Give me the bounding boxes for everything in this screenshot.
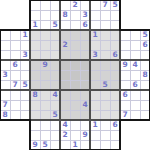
cell-r1c12 — [120, 10, 130, 20]
cell-r11c0[interactable]: 8 — [0, 110, 10, 120]
cell-r10c12[interactable] — [120, 100, 130, 110]
cell-r13c2 — [20, 130, 30, 140]
cell-r14c6[interactable] — [60, 140, 70, 150]
cell-r1c7[interactable] — [70, 10, 80, 20]
cell-r9c14[interactable] — [140, 90, 150, 100]
cell-r1c14 — [140, 10, 150, 20]
cell-r4c6[interactable]: 2 — [60, 40, 70, 50]
cell-r14c4[interactable]: 5 — [40, 140, 50, 150]
cell-r7c4[interactable] — [40, 70, 50, 80]
cell-r2c8[interactable]: 6 — [80, 20, 90, 30]
cell-r10c0[interactable]: 7 — [0, 100, 10, 110]
cell-r13c12 — [120, 130, 130, 140]
cell-r0c13 — [130, 0, 140, 10]
cell-r10c9[interactable] — [90, 100, 100, 110]
cell-r9c13[interactable] — [130, 90, 140, 100]
cell-r12c4[interactable] — [40, 120, 50, 130]
cell-r0c9[interactable] — [90, 0, 100, 10]
cell-r5c2[interactable]: 3 — [20, 50, 30, 60]
cell-r5c14[interactable] — [140, 50, 150, 60]
cell-r11c12[interactable]: 7 — [120, 110, 130, 120]
cell-r5c6[interactable] — [60, 50, 70, 60]
cell-r0c11[interactable]: 5 — [110, 0, 120, 10]
cell-r9c0[interactable] — [0, 90, 10, 100]
cell-r2c1 — [10, 20, 20, 30]
cell-r12c14 — [140, 120, 150, 130]
cell-r1c5[interactable] — [50, 10, 60, 20]
cell-r3c12[interactable] — [120, 30, 130, 40]
cell-r0c6[interactable] — [60, 0, 70, 10]
cell-r4c3[interactable] — [30, 40, 40, 50]
cell-r2c4[interactable] — [40, 20, 50, 30]
cell-r0c4[interactable] — [40, 0, 50, 10]
cell-r11c5[interactable]: 5 — [50, 110, 60, 120]
cell-r0c1 — [10, 0, 20, 10]
cell-r4c13[interactable] — [130, 40, 140, 50]
cell-r7c2[interactable] — [20, 70, 30, 80]
cell-r11c11[interactable] — [110, 110, 120, 120]
cell-r9c3[interactable]: 8 — [30, 90, 40, 100]
cell-r10c8[interactable]: 4 — [80, 100, 90, 110]
cell-r12c7[interactable] — [70, 120, 80, 130]
cell-r4c10[interactable] — [100, 40, 110, 50]
cell-r10c2[interactable] — [20, 100, 30, 110]
cell-r4c2[interactable] — [20, 40, 30, 50]
cell-r13c9[interactable] — [90, 130, 100, 140]
cell-r1c1 — [10, 10, 20, 20]
cell-r10c4[interactable] — [40, 100, 50, 110]
cell-r6c8[interactable] — [80, 60, 90, 70]
cell-r14c14 — [140, 140, 150, 150]
cell-r2c2 — [20, 20, 30, 30]
cell-r0c10[interactable]: 7 — [100, 0, 110, 10]
cell-r4c9[interactable] — [90, 40, 100, 50]
cell-r8c8[interactable] — [80, 80, 90, 90]
cell-r7c8[interactable] — [80, 70, 90, 80]
cell-r3c8[interactable] — [80, 30, 90, 40]
cell-r10c1[interactable] — [10, 100, 20, 110]
cell-r5c11[interactable]: 6 — [110, 50, 120, 60]
cell-r2c3[interactable]: 1 — [30, 20, 40, 30]
cell-r12c13 — [130, 120, 140, 130]
cell-r13c13 — [130, 130, 140, 140]
cell-r8c7[interactable] — [70, 80, 80, 90]
cell-r12c9[interactable]: 1 — [90, 120, 100, 130]
cell-r6c5[interactable] — [50, 60, 60, 70]
cell-r8c3[interactable] — [30, 80, 40, 90]
cell-r14c1 — [10, 140, 20, 150]
cell-r2c9[interactable] — [90, 20, 100, 30]
cell-r4c11[interactable] — [110, 40, 120, 50]
cell-r3c13[interactable] — [130, 30, 140, 40]
cell-r7c6[interactable] — [60, 70, 70, 80]
cell-r8c6[interactable] — [60, 80, 70, 90]
cell-r6c10[interactable] — [100, 60, 110, 70]
cell-r2c14 — [140, 20, 150, 30]
cell-r11c1[interactable] — [10, 110, 20, 120]
cell-r9c6[interactable] — [60, 90, 70, 100]
cell-r13c8[interactable]: 9 — [80, 130, 90, 140]
cell-r0c0 — [0, 0, 10, 10]
cell-r1c2 — [20, 10, 30, 20]
cell-r5c5[interactable] — [50, 50, 60, 60]
cell-r10c14[interactable] — [140, 100, 150, 110]
cell-r8c14[interactable] — [140, 80, 150, 90]
cell-r5c8[interactable] — [80, 50, 90, 60]
cell-r8c9[interactable] — [90, 80, 100, 90]
cell-r1c0 — [0, 10, 10, 20]
cell-r13c11[interactable] — [110, 130, 120, 140]
cell-r5c3[interactable] — [30, 50, 40, 60]
cell-r5c13[interactable] — [130, 50, 140, 60]
cell-r12c8[interactable] — [80, 120, 90, 130]
cell-r10c6[interactable] — [60, 100, 70, 110]
cell-r14c13 — [130, 140, 140, 150]
cell-r8c12[interactable] — [120, 80, 130, 90]
cell-r9c10[interactable] — [100, 90, 110, 100]
cell-r8c2[interactable]: 5 — [20, 80, 30, 90]
cell-r3c10[interactable] — [100, 30, 110, 40]
cell-r4c14[interactable]: 6 — [140, 40, 150, 50]
cell-r7c5[interactable] — [50, 70, 60, 80]
cell-r12c5[interactable] — [50, 120, 60, 130]
cell-r7c12[interactable] — [120, 70, 130, 80]
cell-r3c9[interactable]: 1 — [90, 30, 100, 40]
cell-r0c5[interactable] — [50, 0, 60, 10]
cell-r3c2[interactable]: 1 — [20, 30, 30, 40]
cell-r3c3[interactable] — [30, 30, 40, 40]
cell-r9c1[interactable] — [10, 90, 20, 100]
cell-r6c2[interactable] — [20, 60, 30, 70]
cell-r6c9[interactable] — [90, 60, 100, 70]
cell-r1c13 — [130, 10, 140, 20]
cell-r2c10[interactable] — [100, 20, 110, 30]
cell-r1c3[interactable] — [30, 10, 40, 20]
cell-r8c1[interactable]: 7 — [10, 80, 20, 90]
cell-r13c4[interactable] — [40, 130, 50, 140]
cell-r7c10[interactable] — [100, 70, 110, 80]
cell-r9c7[interactable] — [70, 90, 80, 100]
cell-r4c4[interactable] — [40, 40, 50, 50]
cell-r2c13 — [130, 20, 140, 30]
cell-r14c2 — [20, 140, 30, 150]
cell-r6c6[interactable] — [60, 60, 70, 70]
cell-r14c0 — [0, 140, 10, 150]
cell-r2c11[interactable] — [110, 20, 120, 30]
cell-r13c1 — [10, 130, 20, 140]
cell-r9c4[interactable] — [40, 90, 50, 100]
cell-r10c11[interactable] — [110, 100, 120, 110]
cell-r5c1[interactable] — [10, 50, 20, 60]
cell-r5c4[interactable] — [40, 50, 50, 60]
cell-r6c14[interactable] — [140, 60, 150, 70]
cell-r1c4[interactable] — [40, 10, 50, 20]
cell-r8c4[interactable] — [40, 80, 50, 90]
cell-r5c10[interactable] — [100, 50, 110, 60]
cell-r2c6[interactable] — [60, 20, 70, 30]
cell-r6c13[interactable]: 4 — [130, 60, 140, 70]
cell-r4c7[interactable] — [70, 40, 80, 50]
flower-sudoku-puzzle: 2758315611526336699438755684674857416299… — [0, 0, 150, 150]
cell-r11c3[interactable] — [30, 110, 40, 120]
cell-r14c3[interactable]: 9 — [30, 140, 40, 150]
cell-r12c10[interactable] — [100, 120, 110, 130]
cell-r14c12 — [120, 140, 130, 150]
cell-r5c9[interactable]: 3 — [90, 50, 100, 60]
cell-r11c8[interactable] — [80, 110, 90, 120]
cell-r9c12[interactable]: 6 — [120, 90, 130, 100]
cell-r13c3[interactable] — [30, 130, 40, 140]
cell-r8c10[interactable]: 5 — [100, 80, 110, 90]
cell-r7c14[interactable]: 8 — [140, 70, 150, 80]
cell-r14c7[interactable]: 1 — [70, 140, 80, 150]
cell-r5c12[interactable] — [120, 50, 130, 60]
cell-r11c10[interactable] — [100, 110, 110, 120]
cell-r11c7[interactable] — [70, 110, 80, 120]
cell-r1c11[interactable] — [110, 10, 120, 20]
cell-r2c7[interactable] — [70, 20, 80, 30]
cell-r4c5[interactable] — [50, 40, 60, 50]
cell-r14c9[interactable] — [90, 140, 100, 150]
cell-r8c11[interactable] — [110, 80, 120, 90]
cell-r2c0 — [0, 20, 10, 30]
cell-r0c12 — [120, 0, 130, 10]
cell-r9c5[interactable]: 4 — [50, 90, 60, 100]
cell-r13c6[interactable]: 2 — [60, 130, 70, 140]
cell-r11c9[interactable] — [90, 110, 100, 120]
cell-r6c12[interactable]: 9 — [120, 60, 130, 70]
cell-r13c14 — [140, 130, 150, 140]
cell-r13c0 — [0, 130, 10, 140]
cell-r9c2[interactable] — [20, 90, 30, 100]
cell-r9c11[interactable] — [110, 90, 120, 100]
cell-r2c12 — [120, 20, 130, 30]
cell-r14c10[interactable] — [100, 140, 110, 150]
cell-r7c3[interactable] — [30, 70, 40, 80]
cell-r13c7[interactable] — [70, 130, 80, 140]
cell-r3c6[interactable] — [60, 30, 70, 40]
cell-r7c11[interactable] — [110, 70, 120, 80]
cell-r12c2 — [20, 120, 30, 130]
cell-r0c7[interactable]: 2 — [70, 0, 80, 10]
cell-r13c10[interactable] — [100, 130, 110, 140]
cell-r7c0[interactable]: 3 — [0, 70, 10, 80]
cell-r4c12[interactable] — [120, 40, 130, 50]
cell-r14c11[interactable] — [110, 140, 120, 150]
cell-r5c0[interactable] — [0, 50, 10, 60]
cell-r10c7[interactable] — [70, 100, 80, 110]
cell-r2c5[interactable]: 5 — [50, 20, 60, 30]
cell-r12c0 — [0, 120, 10, 130]
cell-r0c14 — [140, 0, 150, 10]
cell-r1c6[interactable]: 8 — [60, 10, 70, 20]
cell-r1c8[interactable]: 3 — [80, 10, 90, 20]
cell-r4c0[interactable] — [0, 40, 10, 50]
cell-r12c12 — [120, 120, 130, 130]
cell-r14c5[interactable] — [50, 140, 60, 150]
cell-r12c1 — [10, 120, 20, 130]
cell-r6c3[interactable] — [30, 60, 40, 70]
cell-r8c5[interactable] — [50, 80, 60, 90]
cell-r9c9[interactable] — [90, 90, 100, 100]
cell-r6c1[interactable]: 6 — [10, 60, 20, 70]
cell-r5c7[interactable] — [70, 50, 80, 60]
cell-r3c5[interactable] — [50, 30, 60, 40]
cell-r9c8[interactable] — [80, 90, 90, 100]
cell-r12c6[interactable]: 4 — [60, 120, 70, 130]
cell-r10c3[interactable] — [30, 100, 40, 110]
cell-r4c8[interactable] — [80, 40, 90, 50]
cell-r10c10[interactable] — [100, 100, 110, 110]
cell-r11c4[interactable] — [40, 110, 50, 120]
cell-r3c11[interactable] — [110, 30, 120, 40]
cell-r11c2[interactable] — [20, 110, 30, 120]
cell-r13c5[interactable] — [50, 130, 60, 140]
cell-r11c13[interactable] — [130, 110, 140, 120]
cell-r8c13[interactable]: 6 — [130, 80, 140, 90]
cell-r11c6[interactable] — [60, 110, 70, 120]
cell-r12c3[interactable] — [30, 120, 40, 130]
cell-r7c13[interactable] — [130, 70, 140, 80]
cell-r6c0[interactable] — [0, 60, 10, 70]
cell-r3c14[interactable]: 5 — [140, 30, 150, 40]
cell-r7c9[interactable] — [90, 70, 100, 80]
cell-r12c11[interactable]: 6 — [110, 120, 120, 130]
cell-r10c13[interactable] — [130, 100, 140, 110]
cell-r10c5[interactable] — [50, 100, 60, 110]
sudoku-board: 2758315611526336699438755684674857416299… — [0, 0, 150, 150]
cell-r6c11[interactable] — [110, 60, 120, 70]
cell-r6c7[interactable] — [70, 60, 80, 70]
cell-r1c9[interactable] — [90, 10, 100, 20]
cell-r14c8[interactable] — [80, 140, 90, 150]
cell-r0c8[interactable] — [80, 0, 90, 10]
cell-r4c1[interactable] — [10, 40, 20, 50]
cell-r6c4[interactable]: 9 — [40, 60, 50, 70]
cell-r1c10[interactable] — [100, 10, 110, 20]
cell-r8c0[interactable] — [0, 80, 10, 90]
cell-r0c3[interactable] — [30, 0, 40, 10]
cell-r11c14[interactable] — [140, 110, 150, 120]
cell-r3c7[interactable] — [70, 30, 80, 40]
cell-r0c2 — [20, 0, 30, 10]
cell-r7c7[interactable] — [70, 70, 80, 80]
cell-r3c4[interactable] — [40, 30, 50, 40]
cell-r7c1[interactable] — [10, 70, 20, 80]
cell-r3c1[interactable] — [10, 30, 20, 40]
cell-r3c0[interactable] — [0, 30, 10, 40]
